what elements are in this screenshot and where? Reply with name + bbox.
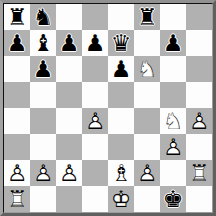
chess-board-window: ♜♞♜♟♝♟♟♛♟♟♟♞♘♟♙♞♘♟♙♟♙♟♙♟♙♟♙♝♗♟♙♜♖♜♖♚♔♚ — [0, 0, 216, 216]
square-d1[interactable] — [82, 186, 108, 212]
square-e1[interactable]: ♚♔ — [108, 186, 134, 212]
square-h6[interactable] — [186, 56, 212, 82]
white-rook-icon: ♜♖ — [4, 186, 30, 212]
black-pawn-icon: ♟ — [56, 30, 82, 56]
square-e4[interactable] — [108, 108, 134, 134]
square-d2[interactable] — [82, 160, 108, 186]
white-pawn-icon: ♟♙ — [134, 160, 160, 186]
black-knight-icon: ♞ — [30, 4, 56, 30]
square-g4[interactable]: ♞♘ — [160, 108, 186, 134]
square-h4[interactable]: ♟♙ — [186, 108, 212, 134]
square-c7[interactable]: ♟ — [56, 30, 82, 56]
square-f3[interactable] — [134, 134, 160, 160]
square-c8[interactable] — [56, 4, 82, 30]
square-e7[interactable]: ♛ — [108, 30, 134, 56]
square-a8[interactable]: ♜ — [4, 4, 30, 30]
square-a7[interactable]: ♟ — [4, 30, 30, 56]
square-f6[interactable]: ♞♘ — [134, 56, 160, 82]
chess-board: ♜♞♜♟♝♟♟♛♟♟♟♞♘♟♙♞♘♟♙♟♙♟♙♟♙♟♙♝♗♟♙♜♖♜♖♚♔♚ — [4, 4, 212, 212]
black-pawn-icon: ♟ — [160, 30, 186, 56]
square-e3[interactable] — [108, 134, 134, 160]
square-c2[interactable]: ♟♙ — [56, 160, 82, 186]
square-c1[interactable] — [56, 186, 82, 212]
square-b6[interactable]: ♟ — [30, 56, 56, 82]
white-knight-icon: ♞♘ — [134, 56, 160, 82]
square-d3[interactable] — [82, 134, 108, 160]
square-d4[interactable]: ♟♙ — [82, 108, 108, 134]
white-pawn-icon: ♟♙ — [30, 160, 56, 186]
square-h2[interactable]: ♜♖ — [186, 160, 212, 186]
square-b4[interactable] — [30, 108, 56, 134]
square-g1[interactable]: ♚ — [160, 186, 186, 212]
square-a1[interactable]: ♜♖ — [4, 186, 30, 212]
square-f4[interactable] — [134, 108, 160, 134]
square-h1[interactable] — [186, 186, 212, 212]
square-a4[interactable] — [4, 108, 30, 134]
white-pawn-icon: ♟♙ — [56, 160, 82, 186]
white-king-icon: ♚♔ — [108, 186, 134, 212]
white-bishop-icon: ♝♗ — [108, 160, 134, 186]
white-pawn-icon: ♟♙ — [160, 134, 186, 160]
white-knight-icon: ♞♘ — [160, 108, 186, 134]
square-f5[interactable] — [134, 82, 160, 108]
square-f1[interactable] — [134, 186, 160, 212]
square-h7[interactable] — [186, 30, 212, 56]
square-h5[interactable] — [186, 82, 212, 108]
black-pawn-icon: ♟ — [30, 56, 56, 82]
square-d6[interactable] — [82, 56, 108, 82]
square-g7[interactable]: ♟ — [160, 30, 186, 56]
square-b7[interactable]: ♝ — [30, 30, 56, 56]
white-pawn-icon: ♟♙ — [82, 108, 108, 134]
square-g2[interactable] — [160, 160, 186, 186]
square-e2[interactable]: ♝♗ — [108, 160, 134, 186]
black-bishop-icon: ♝ — [30, 30, 56, 56]
square-g8[interactable] — [160, 4, 186, 30]
square-d8[interactable] — [82, 4, 108, 30]
square-h8[interactable] — [186, 4, 212, 30]
black-pawn-icon: ♟ — [82, 30, 108, 56]
square-c4[interactable] — [56, 108, 82, 134]
square-e5[interactable] — [108, 82, 134, 108]
square-c3[interactable] — [56, 134, 82, 160]
square-a6[interactable] — [4, 56, 30, 82]
square-g3[interactable]: ♟♙ — [160, 134, 186, 160]
square-b3[interactable] — [30, 134, 56, 160]
square-e8[interactable] — [108, 4, 134, 30]
white-rook-icon: ♜♖ — [186, 160, 212, 186]
black-king-icon: ♚ — [160, 186, 186, 212]
square-c6[interactable] — [56, 56, 82, 82]
black-pawn-icon: ♟ — [108, 56, 134, 82]
white-pawn-icon: ♟♙ — [186, 108, 212, 134]
square-b5[interactable] — [30, 82, 56, 108]
square-e6[interactable]: ♟ — [108, 56, 134, 82]
square-c5[interactable] — [56, 82, 82, 108]
square-b1[interactable] — [30, 186, 56, 212]
square-b8[interactable]: ♞ — [30, 4, 56, 30]
square-a2[interactable]: ♟♙ — [4, 160, 30, 186]
square-g6[interactable] — [160, 56, 186, 82]
square-b2[interactable]: ♟♙ — [30, 160, 56, 186]
square-a5[interactable] — [4, 82, 30, 108]
square-h3[interactable] — [186, 134, 212, 160]
black-queen-icon: ♛ — [108, 30, 134, 56]
black-rook-icon: ♜ — [4, 4, 30, 30]
square-g5[interactable] — [160, 82, 186, 108]
white-pawn-icon: ♟♙ — [4, 160, 30, 186]
square-f8[interactable]: ♜ — [134, 4, 160, 30]
black-rook-icon: ♜ — [134, 4, 160, 30]
square-d5[interactable] — [82, 82, 108, 108]
black-pawn-icon: ♟ — [4, 30, 30, 56]
square-f2[interactable]: ♟♙ — [134, 160, 160, 186]
square-d7[interactable]: ♟ — [82, 30, 108, 56]
square-f7[interactable] — [134, 30, 160, 56]
square-a3[interactable] — [4, 134, 30, 160]
